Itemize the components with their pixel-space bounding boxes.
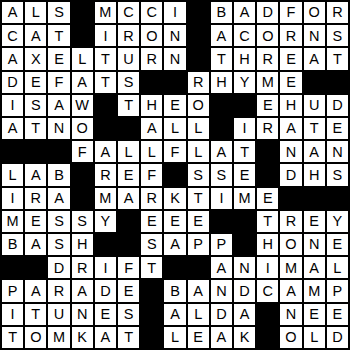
crossword-cell-r10c2[interactable]: E — [25, 211, 46, 232]
crossword-cell-r8c5[interactable]: R — [95, 164, 116, 185]
black-square — [118, 211, 139, 232]
crossword-cell-r13c14[interactable]: M — [304, 280, 325, 301]
crossword-cell-r6c12[interactable]: R — [257, 118, 278, 139]
black-square — [280, 188, 301, 209]
crossword-cell-r10c4[interactable]: S — [72, 211, 93, 232]
black-square — [141, 280, 162, 301]
crossword-cell-r8c10[interactable]: S — [211, 164, 232, 185]
black-square — [211, 211, 232, 232]
crossword-cell-r14c2[interactable]: T — [25, 304, 46, 325]
crossword-cell-r5c15[interactable]: D — [327, 95, 348, 116]
crossword-cell-r9c8[interactable]: K — [164, 188, 185, 209]
crossword-cell-r2c12[interactable]: O — [257, 25, 278, 46]
crossword-cell-r5c9[interactable]: O — [188, 95, 209, 116]
crossword-cell-r4c13[interactable]: E — [280, 72, 301, 93]
black-square — [72, 188, 93, 209]
crossword-cell-r10c7[interactable]: E — [141, 211, 162, 232]
crossword-cell-r9c9[interactable]: T — [188, 188, 209, 209]
crossword-cell-r12c3[interactable]: D — [48, 257, 69, 278]
crossword-cell-r9c3[interactable]: A — [48, 188, 69, 209]
crossword-cell-r15c10[interactable]: A — [211, 327, 232, 348]
crossword-cell-r3c7[interactable]: R — [141, 48, 162, 69]
crossword-cell-r2c14[interactable]: N — [304, 25, 325, 46]
crossword-cell-r7c13[interactable]: N — [280, 141, 301, 162]
crossword-cell-r6c3[interactable]: N — [48, 118, 69, 139]
crossword-cell-r2c5[interactable]: I — [95, 25, 116, 46]
crossword-cell-r8c1[interactable]: L — [2, 164, 23, 185]
crossword-cell-r14c3[interactable]: U — [48, 304, 69, 325]
crossword-cell-r3c1[interactable]: A — [2, 48, 23, 69]
crossword-cell-r10c8[interactable]: E — [164, 211, 185, 232]
crossword-cell-r1c5[interactable]: M — [95, 2, 116, 23]
crossword-cell-r8c11[interactable]: E — [234, 164, 255, 185]
black-square — [72, 2, 93, 23]
crossword-cell-r11c3[interactable]: S — [48, 234, 69, 255]
crossword-cell-r7c4[interactable]: F — [72, 141, 93, 162]
crossword-cell-r12c10[interactable]: A — [211, 257, 232, 278]
crossword-cell-r14c6[interactable]: S — [118, 304, 139, 325]
crossword-cell-r9c6[interactable]: A — [118, 188, 139, 209]
black-square — [72, 164, 93, 185]
black-square — [164, 164, 185, 185]
crossword-cell-r9c1[interactable]: I — [2, 188, 23, 209]
black-square — [72, 25, 93, 46]
crossword-cell-r4c5[interactable]: T — [95, 72, 116, 93]
crossword-cell-r9c11[interactable]: M — [234, 188, 255, 209]
crossword-cell-r8c14[interactable]: H — [304, 164, 325, 185]
crossword-cell-r6c14[interactable]: T — [304, 118, 325, 139]
crossword-cell-r4c6[interactable]: S — [118, 72, 139, 93]
crossword-cell-r10c3[interactable]: S — [48, 211, 69, 232]
crossword-cell-r15c14[interactable]: L — [304, 327, 325, 348]
crossword-cell-r3c11[interactable]: H — [234, 48, 255, 69]
crossword-cell-r5c6[interactable]: T — [118, 95, 139, 116]
crossword-cell-r11c10[interactable]: P — [211, 234, 232, 255]
black-square — [2, 257, 23, 278]
crossword-cell-r5c4[interactable]: W — [72, 95, 93, 116]
crossword-cell-r1c10[interactable]: B — [211, 2, 232, 23]
crossword-cell-r11c1[interactable]: B — [2, 234, 23, 255]
crossword-cell-r11c4[interactable]: H — [72, 234, 93, 255]
crossword-cell-r6c15[interactable]: E — [327, 118, 348, 139]
crossword-cell-r3c14[interactable]: A — [304, 48, 325, 69]
black-square — [327, 188, 348, 209]
black-square — [95, 95, 116, 116]
crossword-cell-r14c14[interactable]: E — [304, 304, 325, 325]
crossword-cell-r4c9[interactable]: R — [188, 72, 209, 93]
crossword-cell-r1c8[interactable]: I — [164, 2, 185, 23]
crossword-cell-r8c2[interactable]: A — [25, 164, 46, 185]
crossword-cell-r8c9[interactable]: S — [188, 164, 209, 185]
crossword-cell-r2c7[interactable]: O — [141, 25, 162, 46]
crossword-cell-r3c4[interactable]: L — [72, 48, 93, 69]
black-square — [141, 304, 162, 325]
black-square — [211, 118, 232, 139]
crossword-board: ALSMCCIBADFORCATIRONACORNSAXELTURNTHREAT… — [0, 0, 350, 350]
crossword-cell-r13c3[interactable]: R — [48, 280, 69, 301]
crossword-cell-r6c13[interactable]: A — [280, 118, 301, 139]
crossword-cell-r1c6[interactable]: C — [118, 2, 139, 23]
crossword-cell-r14c5[interactable]: E — [95, 304, 116, 325]
crossword-cell-r15c2[interactable]: O — [25, 327, 46, 348]
crossword-cell-r1c1[interactable]: A — [2, 2, 23, 23]
crossword-cell-r7c9[interactable]: L — [188, 141, 209, 162]
crossword-cell-r13c1[interactable]: P — [2, 280, 23, 301]
black-square — [304, 188, 325, 209]
black-square — [25, 257, 46, 278]
crossword-cell-r12c11[interactable]: N — [234, 257, 255, 278]
crossword-cell-r5c12[interactable]: E — [257, 95, 278, 116]
crossword-cell-r10c5[interactable]: Y — [95, 211, 116, 232]
crossword-cell-r10c12[interactable]: T — [257, 211, 278, 232]
crossword-cell-r2c11[interactable]: C — [234, 25, 255, 46]
crossword-cell-r11c12[interactable]: H — [257, 234, 278, 255]
crossword-cell-r9c10[interactable]: I — [211, 188, 232, 209]
crossword-cell-r6c1[interactable]: A — [2, 118, 23, 139]
crossword-cell-r13c8[interactable]: B — [164, 280, 185, 301]
crossword-cell-r6c7[interactable]: A — [141, 118, 162, 139]
crossword-cell-r4c4[interactable]: A — [72, 72, 93, 93]
crossword-cell-r3c15[interactable]: T — [327, 48, 348, 69]
crossword-cell-r8c3[interactable]: B — [48, 164, 69, 185]
crossword-cell-r11c7[interactable]: S — [141, 234, 162, 255]
black-square — [234, 211, 255, 232]
black-square — [118, 234, 139, 255]
crossword-cell-r1c2[interactable]: L — [25, 2, 46, 23]
black-square — [48, 141, 69, 162]
crossword-cell-r11c9[interactable]: P — [188, 234, 209, 255]
crossword-cell-r11c2[interactable]: A — [25, 234, 46, 255]
crossword-cell-r10c13[interactable]: R — [280, 211, 301, 232]
crossword-cell-r13c5[interactable]: D — [95, 280, 116, 301]
crossword-cell-r1c15[interactable]: R — [327, 2, 348, 23]
black-square — [164, 257, 185, 278]
crossword-cell-r3c8[interactable]: N — [164, 48, 185, 69]
crossword-cell-r12c5[interactable]: I — [95, 257, 116, 278]
black-square — [234, 234, 255, 255]
crossword-cell-r3c2[interactable]: X — [25, 48, 46, 69]
crossword-cell-r15c15[interactable]: D — [327, 327, 348, 348]
crossword-cell-r10c14[interactable]: E — [304, 211, 325, 232]
crossword-cell-r12c15[interactable]: L — [327, 257, 348, 278]
crossword-cell-r13c11[interactable]: D — [234, 280, 255, 301]
crossword-cell-r13c15[interactable]: P — [327, 280, 348, 301]
crossword-cell-r13c10[interactable]: N — [211, 280, 232, 301]
black-square — [141, 327, 162, 348]
crossword-cell-r11c8[interactable]: A — [164, 234, 185, 255]
crossword-cell-r1c12[interactable]: D — [257, 2, 278, 23]
black-square — [95, 118, 116, 139]
crossword-cell-r14c1[interactable]: I — [2, 304, 23, 325]
black-square — [164, 72, 185, 93]
black-square — [188, 2, 209, 23]
crossword-cell-r7c8[interactable]: F — [164, 141, 185, 162]
crossword-cell-r6c9[interactable]: L — [188, 118, 209, 139]
crossword-cell-r1c3[interactable]: S — [48, 2, 69, 23]
crossword-cell-r15c4[interactable]: K — [72, 327, 93, 348]
crossword-cell-r12c14[interactable]: A — [304, 257, 325, 278]
crossword-cell-r14c9[interactable]: L — [188, 304, 209, 325]
crossword-cell-r9c2[interactable]: R — [25, 188, 46, 209]
crossword-cell-r5c7[interactable]: H — [141, 95, 162, 116]
crossword-cell-r12c6[interactable]: F — [118, 257, 139, 278]
crossword-cell-r6c11[interactable]: I — [234, 118, 255, 139]
crossword-cell-r5c8[interactable]: E — [164, 95, 185, 116]
crossword-cell-r7c11[interactable]: T — [234, 141, 255, 162]
crossword-cell-r2c2[interactable]: A — [25, 25, 46, 46]
crossword-cell-r10c9[interactable]: E — [188, 211, 209, 232]
crossword-cell-r2c15[interactable]: S — [327, 25, 348, 46]
black-square — [327, 72, 348, 93]
crossword-cell-r14c4[interactable]: N — [72, 304, 93, 325]
crossword-cell-r12c4[interactable]: R — [72, 257, 93, 278]
crossword-cell-r15c9[interactable]: E — [188, 327, 209, 348]
crossword-cell-r3c3[interactable]: E — [48, 48, 69, 69]
black-square — [2, 141, 23, 162]
crossword-cell-r12c13[interactable]: M — [280, 257, 301, 278]
black-square — [257, 164, 278, 185]
crossword-cell-r1c11[interactable]: A — [234, 2, 255, 23]
crossword-cell-r13c2[interactable]: A — [25, 280, 46, 301]
crossword-cell-r13c12[interactable]: C — [257, 280, 278, 301]
crossword-cell-r5c1[interactable]: I — [2, 95, 23, 116]
black-square — [304, 72, 325, 93]
black-square — [141, 72, 162, 93]
crossword-cell-r9c7[interactable]: R — [141, 188, 162, 209]
crossword-cell-r15c1[interactable]: T — [2, 327, 23, 348]
crossword-cell-r14c8[interactable]: A — [164, 304, 185, 325]
crossword-cell-r1c14[interactable]: O — [304, 2, 325, 23]
black-square — [25, 141, 46, 162]
crossword-cell-r15c5[interactable]: A — [95, 327, 116, 348]
crossword-cell-r3c12[interactable]: R — [257, 48, 278, 69]
crossword-cell-r10c1[interactable]: M — [2, 211, 23, 232]
black-square — [188, 25, 209, 46]
crossword-cell-r3c10[interactable]: T — [211, 48, 232, 69]
crossword-cell-r2c10[interactable]: A — [211, 25, 232, 46]
crossword-cell-r14c11[interactable]: A — [234, 304, 255, 325]
black-square — [211, 95, 232, 116]
crossword-cell-r4c3[interactable]: F — [48, 72, 69, 93]
crossword-cell-r9c12[interactable]: E — [257, 188, 278, 209]
crossword-cell-r15c6[interactable]: T — [118, 327, 139, 348]
crossword-cell-r1c13[interactable]: F — [280, 2, 301, 23]
crossword-cell-r6c2[interactable]: T — [25, 118, 46, 139]
black-square — [95, 234, 116, 255]
black-square — [257, 304, 278, 325]
black-square — [257, 141, 278, 162]
crossword-cell-r7c5[interactable]: A — [95, 141, 116, 162]
crossword-cell-r14c13[interactable]: N — [280, 304, 301, 325]
crossword-cell-r2c1[interactable]: C — [2, 25, 23, 46]
crossword-cell-r15c8[interactable]: L — [164, 327, 185, 348]
crossword-cell-r2c13[interactable]: R — [280, 25, 301, 46]
crossword-cell-r3c5[interactable]: T — [95, 48, 116, 69]
crossword-cell-r9c5[interactable]: M — [95, 188, 116, 209]
crossword-cell-r15c3[interactable]: M — [48, 327, 69, 348]
crossword-cell-r12c12[interactable]: I — [257, 257, 278, 278]
black-square — [234, 95, 255, 116]
crossword-cell-r3c13[interactable]: E — [280, 48, 301, 69]
crossword-cell-r4c2[interactable]: E — [25, 72, 46, 93]
black-square — [257, 327, 278, 348]
crossword-cell-r5c3[interactable]: A — [48, 95, 69, 116]
crossword-cell-r14c10[interactable]: D — [211, 304, 232, 325]
crossword-cell-r4c10[interactable]: H — [211, 72, 232, 93]
crossword-cell-r11c15[interactable]: E — [327, 234, 348, 255]
crossword-cell-r4c11[interactable]: Y — [234, 72, 255, 93]
crossword-cell-r7c10[interactable]: A — [211, 141, 232, 162]
crossword-cell-r6c4[interactable]: O — [72, 118, 93, 139]
crossword-cell-r13c13[interactable]: A — [280, 280, 301, 301]
crossword-cell-r14c15[interactable]: E — [327, 304, 348, 325]
black-square — [188, 48, 209, 69]
crossword-cell-r8c7[interactable]: F — [141, 164, 162, 185]
crossword-cell-r4c12[interactable]: M — [257, 72, 278, 93]
crossword-cell-r1c7[interactable]: C — [141, 2, 162, 23]
crossword-cell-r11c13[interactable]: O — [280, 234, 301, 255]
crossword-cell-r6c8[interactable]: L — [164, 118, 185, 139]
crossword-cell-r15c13[interactable]: O — [280, 327, 301, 348]
crossword-cell-r3c6[interactable]: U — [118, 48, 139, 69]
crossword-cell-r13c6[interactable]: E — [118, 280, 139, 301]
crossword-cell-r8c15[interactable]: S — [327, 164, 348, 185]
crossword-cell-r7c6[interactable]: L — [118, 141, 139, 162]
crossword-cell-r15c11[interactable]: K — [234, 327, 255, 348]
crossword-cell-r2c3[interactable]: T — [48, 25, 69, 46]
crossword-cell-r7c7[interactable]: L — [141, 141, 162, 162]
crossword-cell-r11c14[interactable]: N — [304, 234, 325, 255]
crossword-cell-r8c13[interactable]: D — [280, 164, 301, 185]
crossword-cell-r2c8[interactable]: N — [164, 25, 185, 46]
crossword-cell-r7c15[interactable]: N — [327, 141, 348, 162]
crossword-cell-r13c4[interactable]: A — [72, 280, 93, 301]
crossword-cell-r5c2[interactable]: S — [25, 95, 46, 116]
crossword-cell-r8c6[interactable]: E — [118, 164, 139, 185]
crossword-cell-r13c9[interactable]: A — [188, 280, 209, 301]
black-square — [188, 257, 209, 278]
crossword-cell-r2c6[interactable]: R — [118, 25, 139, 46]
crossword-cell-r7c14[interactable]: A — [304, 141, 325, 162]
black-square — [118, 118, 139, 139]
crossword-cell-r5c14[interactable]: U — [304, 95, 325, 116]
crossword-cell-r4c1[interactable]: D — [2, 72, 23, 93]
crossword-cell-r5c13[interactable]: H — [280, 95, 301, 116]
crossword-cell-r12c7[interactable]: T — [141, 257, 162, 278]
crossword-cell-r10c15[interactable]: Y — [327, 211, 348, 232]
